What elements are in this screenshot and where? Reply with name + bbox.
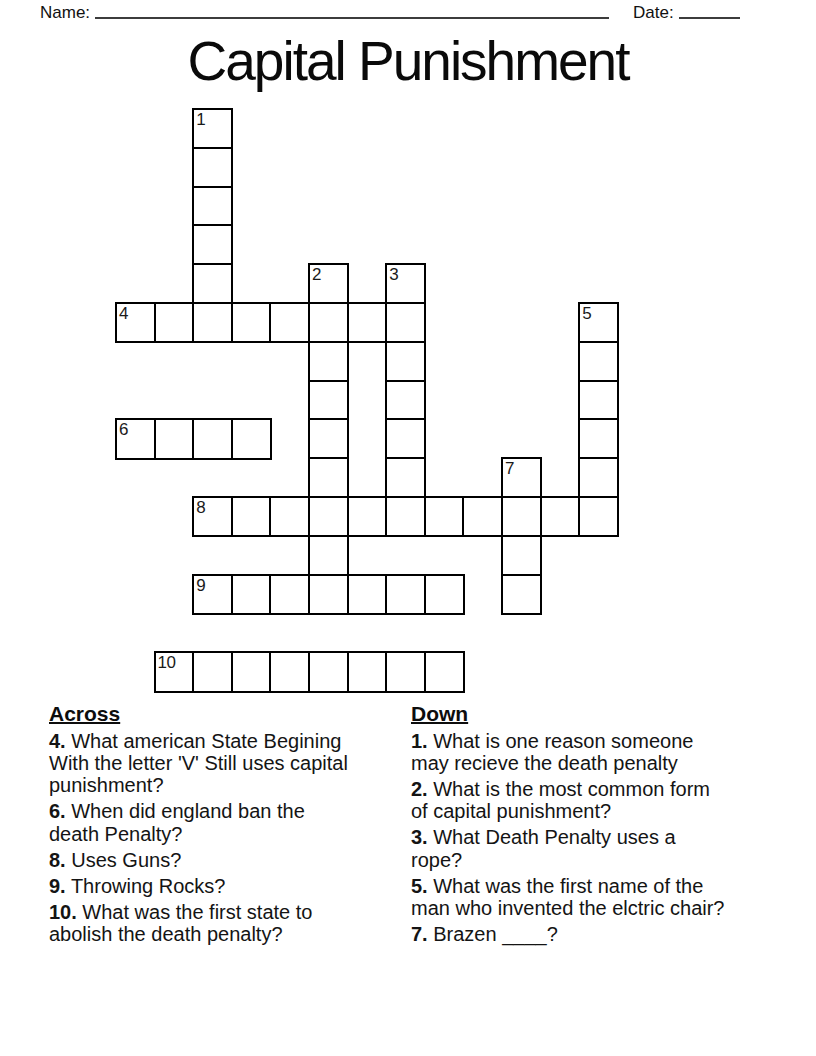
cell-number-9: 9 (194, 576, 231, 593)
clue-across-9: 9. Throwing Rocks? (49, 875, 354, 897)
grid-cell-c3-r8[interactable] (231, 418, 272, 459)
down-clue-list: 1. What is one reason someone may reciev… (411, 730, 727, 946)
cell-number-7: 7 (503, 459, 540, 476)
grid-cell-c6-r12[interactable] (347, 574, 388, 615)
across-clues-section: Across 4. What american State Begining W… (49, 702, 354, 946)
grid-cell-c4-r5[interactable] (269, 302, 310, 343)
clue-number: 1. (411, 730, 428, 752)
grid-cell-c3-r10[interactable] (231, 496, 272, 537)
cell-number-3: 3 (387, 265, 424, 282)
clue-number: 2. (411, 778, 428, 800)
grid-cell-c2-r2[interactable] (192, 186, 233, 227)
cell-number-8: 8 (194, 498, 231, 515)
grid-cell-c5-r7[interactable] (308, 380, 349, 421)
grid-cell-c5-r5[interactable] (308, 302, 349, 343)
clue-text: Brazen ____? (428, 923, 558, 945)
grid-cell-c4-r10[interactable] (269, 496, 310, 537)
clue-number: 10. (49, 901, 77, 923)
clue-text: What is the most common form of capital … (411, 778, 710, 822)
grid-cell-c1-r8[interactable] (154, 418, 195, 459)
across-clue-list: 4. What american State Begining With the… (49, 730, 354, 946)
grid-cell-c5-r10[interactable] (308, 496, 349, 537)
name-blank-line[interactable] (95, 1, 609, 19)
grid-cell-c2-r14[interactable] (192, 651, 233, 692)
clue-text: When did england ban the death Penalty? (49, 800, 305, 844)
date-blank-line[interactable] (679, 1, 740, 19)
grid-cell-c4-r12[interactable] (269, 574, 310, 615)
cell-number-1: 1 (194, 110, 231, 127)
grid-cell-c5-r14[interactable] (308, 651, 349, 692)
across-heading: Across (49, 702, 354, 726)
grid-cell-c10-r12[interactable] (501, 574, 542, 615)
clue-down-7: 7. Brazen ____? (411, 923, 727, 945)
grid-cell-c12-r6[interactable] (578, 341, 619, 382)
grid-cell-c5-r11[interactable] (308, 535, 349, 576)
grid-cell-c5-r6[interactable] (308, 341, 349, 382)
grid-cell-c7-r14[interactable] (385, 651, 426, 692)
grid-cell-c8-r10[interactable] (424, 496, 465, 537)
grid-cell-c0-r8[interactable]: 6 (115, 418, 156, 459)
clue-down-1: 1. What is one reason someone may reciev… (411, 730, 727, 775)
grid-cell-c7-r4[interactable]: 3 (385, 263, 426, 304)
clue-text: What was the first name of the man who i… (411, 875, 725, 919)
grid-cell-c4-r14[interactable] (269, 651, 310, 692)
grid-cell-c2-r1[interactable] (192, 147, 233, 188)
clue-number: 8. (49, 849, 66, 871)
grid-cell-c12-r5[interactable]: 5 (578, 302, 619, 343)
clue-number: 5. (411, 875, 428, 897)
grid-cell-c7-r8[interactable] (385, 418, 426, 459)
date-label: Date: (633, 3, 674, 23)
clue-across-10: 10. What was the first state to abolish … (49, 901, 354, 946)
grid-cell-c0-r5[interactable]: 4 (115, 302, 156, 343)
grid-cell-c2-r4[interactable] (192, 263, 233, 304)
clue-number: 3. (411, 826, 428, 848)
grid-cell-c2-r12[interactable]: 9 (192, 574, 233, 615)
grid-cell-c3-r14[interactable] (231, 651, 272, 692)
down-clues-section: Down 1. What is one reason someone may r… (411, 702, 727, 946)
clue-number: 9. (49, 875, 66, 897)
puzzle-title: Capital Punishment (0, 32, 816, 90)
grid-cell-c2-r8[interactable] (192, 418, 233, 459)
grid-cell-c5-r9[interactable] (308, 457, 349, 498)
cell-number-5: 5 (580, 304, 617, 321)
grid-cell-c3-r5[interactable] (231, 302, 272, 343)
grid-cell-c2-r5[interactable] (192, 302, 233, 343)
grid-cell-c2-r0[interactable]: 1 (192, 108, 233, 149)
worksheet-page: { "game": "crossword", "header": { "name… (0, 0, 816, 1056)
grid-cell-c6-r5[interactable] (347, 302, 388, 343)
grid-cell-c12-r10[interactable] (578, 496, 619, 537)
grid-cell-c8-r14[interactable] (424, 651, 465, 692)
clue-text: What Death Penalty uses a rope? (411, 826, 676, 870)
clue-down-2: 2. What is the most common form of capit… (411, 778, 727, 823)
clue-text: Throwing Rocks? (66, 875, 226, 897)
grid-cell-c7-r5[interactable] (385, 302, 426, 343)
grid-cell-c5-r4[interactable]: 2 (308, 263, 349, 304)
clue-across-4: 4. What american State Begining With the… (49, 730, 354, 797)
name-label: Name: (40, 3, 90, 23)
grid-cell-c10-r10[interactable] (501, 496, 542, 537)
clue-across-8: 8. Uses Guns? (49, 849, 354, 871)
clue-down-3: 3. What Death Penalty uses a rope? (411, 826, 727, 871)
grid-cell-c12-r9[interactable] (578, 457, 619, 498)
grid-cell-c12-r7[interactable] (578, 380, 619, 421)
grid-cell-c12-r8[interactable] (578, 418, 619, 459)
grid-cell-c2-r3[interactable] (192, 224, 233, 265)
grid-cell-c10-r11[interactable] (501, 535, 542, 576)
cell-number-4: 4 (117, 304, 154, 321)
clue-number: 4. (49, 730, 66, 752)
clue-text: What american State Begining With the le… (49, 730, 348, 797)
clue-number: 6. (49, 800, 66, 822)
grid-cell-c5-r12[interactable] (308, 574, 349, 615)
grid-cell-c7-r6[interactable] (385, 341, 426, 382)
grid-cell-c5-r8[interactable] (308, 418, 349, 459)
grid-cell-c7-r9[interactable] (385, 457, 426, 498)
cell-number-2: 2 (310, 265, 347, 282)
grid-cell-c2-r10[interactable]: 8 (192, 496, 233, 537)
grid-cell-c10-r9[interactable]: 7 (501, 457, 542, 498)
grid-cell-c1-r14[interactable]: 10 (154, 651, 195, 692)
grid-cell-c9-r10[interactable] (462, 496, 503, 537)
crossword-grid: 12345678910 (115, 108, 621, 694)
grid-cell-c7-r10[interactable] (385, 496, 426, 537)
cell-number-6: 6 (117, 420, 154, 437)
grid-cell-c1-r5[interactable] (154, 302, 195, 343)
clue-across-6: 6. When did england ban the death Penalt… (49, 800, 354, 845)
clue-text: What was the first state to abolish the … (49, 901, 312, 945)
grid-cell-c3-r12[interactable] (231, 574, 272, 615)
grid-cell-c7-r12[interactable] (385, 574, 426, 615)
cell-number-10: 10 (156, 653, 193, 670)
clue-text: What is one reason someone may recieve t… (411, 730, 693, 774)
grid-cell-c6-r14[interactable] (347, 651, 388, 692)
grid-cell-c11-r10[interactable] (540, 496, 581, 537)
clue-number: 7. (411, 923, 428, 945)
grid-cell-c6-r10[interactable] (347, 496, 388, 537)
clue-text: Uses Guns? (66, 849, 182, 871)
down-heading: Down (411, 702, 727, 726)
grid-cell-c8-r12[interactable] (424, 574, 465, 615)
clue-down-5: 5. What was the first name of the man wh… (411, 875, 727, 920)
grid-cell-c7-r7[interactable] (385, 380, 426, 421)
